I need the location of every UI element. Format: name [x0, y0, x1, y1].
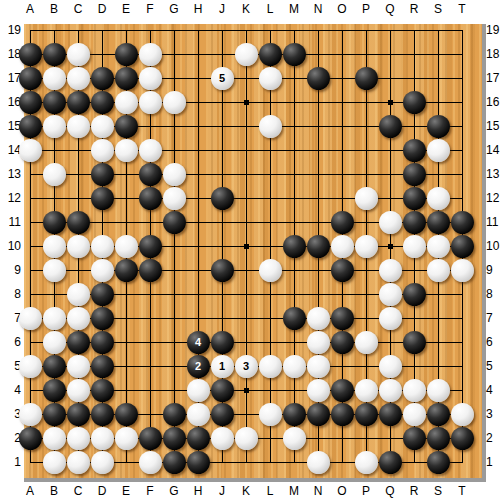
stone-R11-black[interactable]: [403, 211, 426, 234]
stone-S10-white[interactable]: [427, 235, 450, 258]
coord-label-bottom-Q: Q: [380, 484, 400, 498]
move-number-label: 4: [195, 337, 201, 348]
stone-J3-black[interactable]: [211, 403, 234, 426]
stone-C8-white[interactable]: [67, 283, 90, 306]
coord-label-right-12: 12: [484, 191, 500, 205]
coord-label-right-15: 15: [484, 119, 500, 133]
stone-A17-black[interactable]: [19, 67, 42, 90]
stone-Q11-white[interactable]: [379, 211, 402, 234]
stone-B9-white[interactable]: [43, 259, 66, 282]
stone-B7-white[interactable]: [43, 307, 66, 330]
stone-G1-black[interactable]: [163, 451, 186, 474]
coord-label-left-11: 11: [1, 215, 23, 229]
stone-R13-black[interactable]: [403, 163, 426, 186]
stone-R10-white[interactable]: [403, 235, 426, 258]
stone-A2-black[interactable]: [19, 427, 42, 450]
stone-J6-black[interactable]: [211, 331, 234, 354]
stone-P10-white[interactable]: [355, 235, 378, 258]
stone-D1-white[interactable]: [91, 451, 114, 474]
stone-E14-white[interactable]: [115, 139, 138, 162]
stone-J12-black[interactable]: [211, 187, 234, 210]
coord-label-bottom-O: O: [332, 484, 352, 498]
stone-P17-black[interactable]: [355, 67, 378, 90]
stone-E2-white[interactable]: [115, 427, 138, 450]
stone-D12-black[interactable]: [91, 187, 114, 210]
stone-B5-black[interactable]: [43, 355, 66, 378]
stone-S9-white[interactable]: [427, 259, 450, 282]
stone-C3-black[interactable]: [67, 403, 90, 426]
stone-Q5-white[interactable]: [379, 355, 402, 378]
stone-A5-white[interactable]: [19, 355, 42, 378]
stone-R12-black[interactable]: [403, 187, 426, 210]
stone-C16-black[interactable]: [67, 91, 90, 114]
coord-label-top-J: J: [212, 2, 232, 16]
stone-E17-black[interactable]: [115, 67, 138, 90]
stone-A15-black[interactable]: [19, 115, 42, 138]
coord-label-left-9: 9: [1, 263, 23, 277]
stone-J4-black[interactable]: [211, 379, 234, 402]
stone-B3-black[interactable]: [43, 403, 66, 426]
stone-G3-black[interactable]: [163, 403, 186, 426]
stone-M5-white[interactable]: [283, 355, 306, 378]
coord-label-top-P: P: [356, 2, 376, 16]
stone-B1-white[interactable]: [43, 451, 66, 474]
coord-label-bottom-R: R: [404, 484, 424, 498]
stone-R4-white[interactable]: [403, 379, 426, 402]
stone-B2-white[interactable]: [43, 427, 66, 450]
stone-M2-white[interactable]: [283, 427, 306, 450]
stone-F2-black[interactable]: [139, 427, 162, 450]
stone-L3-white[interactable]: [259, 403, 282, 426]
stone-O3-black[interactable]: [331, 403, 354, 426]
stone-F12-black[interactable]: [139, 187, 162, 210]
stone-A14-white[interactable]: [19, 139, 42, 162]
coord-label-right-3: 3: [484, 407, 500, 421]
coord-label-top-D: D: [92, 2, 112, 16]
stone-N1-white[interactable]: [307, 451, 330, 474]
stone-P6-white[interactable]: [355, 331, 378, 354]
stone-F14-white[interactable]: [139, 139, 162, 162]
stone-F13-black[interactable]: [139, 163, 162, 186]
stone-N6-white[interactable]: [307, 331, 330, 354]
coord-label-right-5: 5: [484, 359, 500, 373]
coord-label-top-E: E: [116, 2, 136, 16]
stone-S1-black[interactable]: [427, 451, 450, 474]
stone-B6-white[interactable]: [43, 331, 66, 354]
stone-B11-black[interactable]: [43, 211, 66, 234]
stone-T10-black[interactable]: [451, 235, 474, 258]
coord-label-right-11: 11: [484, 215, 500, 229]
coord-label-left-10: 10: [1, 239, 23, 253]
stone-D3-black[interactable]: [91, 403, 114, 426]
stone-S2-black[interactable]: [427, 427, 450, 450]
coord-label-bottom-N: N: [308, 484, 328, 498]
stone-C15-white[interactable]: [67, 115, 90, 138]
coord-label-left-6: 6: [1, 335, 23, 349]
coord-label-top-F: F: [140, 2, 160, 16]
stone-B10-white[interactable]: [43, 235, 66, 258]
coord-label-bottom-M: M: [284, 484, 304, 498]
stone-M7-black[interactable]: [283, 307, 306, 330]
stone-S15-black[interactable]: [427, 115, 450, 138]
stone-Q15-black[interactable]: [379, 115, 402, 138]
stone-G12-white[interactable]: [163, 187, 186, 210]
stone-Q7-white[interactable]: [379, 307, 402, 330]
go-diagram: AABBCCDDEEFFGGHHJJKKLLMMNNOOPPQQRRSSTT19…: [0, 0, 500, 500]
stone-H6-black[interactable]: 4: [187, 331, 210, 354]
coord-label-top-T: T: [452, 2, 472, 16]
stone-N17-black[interactable]: [307, 67, 330, 90]
stone-T2-black[interactable]: [451, 427, 474, 450]
stone-B16-black[interactable]: [43, 91, 66, 114]
coord-label-bottom-L: L: [260, 484, 280, 498]
move-number-label: 3: [243, 361, 249, 372]
stone-R3-white[interactable]: [403, 403, 426, 426]
stone-E15-black[interactable]: [115, 115, 138, 138]
stone-F16-white[interactable]: [139, 91, 162, 114]
coord-label-bottom-J: J: [212, 484, 232, 498]
stone-M10-black[interactable]: [283, 235, 306, 258]
stone-D5-black[interactable]: [91, 355, 114, 378]
stone-D7-black[interactable]: [91, 307, 114, 330]
move-number-label: 1: [219, 361, 225, 372]
stone-C11-black[interactable]: [67, 211, 90, 234]
stone-A3-white[interactable]: [19, 403, 42, 426]
coord-label-bottom-P: P: [356, 484, 376, 498]
stone-P1-white[interactable]: [355, 451, 378, 474]
coord-label-bottom-B: B: [44, 484, 64, 498]
stone-Q3-black[interactable]: [379, 403, 402, 426]
stone-R16-black[interactable]: [403, 91, 426, 114]
coord-label-right-14: 14: [484, 143, 500, 157]
stone-L5-white[interactable]: [259, 355, 282, 378]
stone-D9-white[interactable]: [91, 259, 114, 282]
coord-label-top-Q: Q: [380, 2, 400, 16]
stone-S4-white[interactable]: [427, 379, 450, 402]
stone-P4-white[interactable]: [355, 379, 378, 402]
coord-label-right-18: 18: [484, 47, 500, 61]
stone-N3-black[interactable]: [307, 403, 330, 426]
stone-B17-white[interactable]: [43, 67, 66, 90]
stone-J17-white[interactable]: 5: [211, 67, 234, 90]
stone-B13-white[interactable]: [43, 163, 66, 186]
coord-label-right-13: 13: [484, 167, 500, 181]
coord-label-right-9: 9: [484, 263, 500, 277]
coord-label-top-H: H: [188, 2, 208, 16]
coord-label-right-4: 4: [484, 383, 500, 397]
coord-label-left-8: 8: [1, 287, 23, 301]
stone-N5-white[interactable]: [307, 355, 330, 378]
stone-C7-white[interactable]: [67, 307, 90, 330]
stone-F18-white[interactable]: [139, 43, 162, 66]
coord-label-top-A: A: [20, 2, 40, 16]
stone-L18-black[interactable]: [259, 43, 282, 66]
coord-label-left-13: 13: [1, 167, 23, 181]
stone-C4-white[interactable]: [67, 379, 90, 402]
stone-J2-white[interactable]: [211, 427, 234, 450]
move-number-label: 2: [195, 361, 201, 372]
stone-P3-black[interactable]: [355, 403, 378, 426]
stone-H2-black[interactable]: [187, 427, 210, 450]
stone-G16-white[interactable]: [163, 91, 186, 114]
stone-M3-black[interactable]: [283, 403, 306, 426]
stone-N10-black[interactable]: [307, 235, 330, 258]
stone-M18-black[interactable]: [283, 43, 306, 66]
stone-O4-black[interactable]: [331, 379, 354, 402]
stone-D14-white[interactable]: [91, 139, 114, 162]
coord-label-right-16: 16: [484, 95, 500, 109]
stone-D6-black[interactable]: [91, 331, 114, 354]
coord-label-right-2: 2: [484, 431, 500, 445]
coord-label-right-7: 7: [484, 311, 500, 325]
coord-label-top-K: K: [236, 2, 256, 16]
stone-K18-white[interactable]: [235, 43, 258, 66]
stone-R6-black[interactable]: [403, 331, 426, 354]
stone-A7-white[interactable]: [19, 307, 42, 330]
stone-E16-white[interactable]: [115, 91, 138, 114]
stone-E9-black[interactable]: [115, 259, 138, 282]
coord-label-right-1: 1: [484, 455, 500, 469]
stone-F17-white[interactable]: [139, 67, 162, 90]
coord-label-bottom-E: E: [116, 484, 136, 498]
coord-label-top-M: M: [284, 2, 304, 16]
stone-D13-black[interactable]: [91, 163, 114, 186]
coord-label-top-O: O: [332, 2, 352, 16]
stone-Q9-white[interactable]: [379, 259, 402, 282]
stone-D15-white[interactable]: [91, 115, 114, 138]
stone-O6-black[interactable]: [331, 331, 354, 354]
stone-E3-black[interactable]: [115, 403, 138, 426]
stone-K5-white[interactable]: 3: [235, 355, 258, 378]
stone-C6-black[interactable]: [67, 331, 90, 354]
stone-N4-white[interactable]: [307, 379, 330, 402]
stone-D10-white[interactable]: [91, 235, 114, 258]
stone-C17-white[interactable]: [67, 67, 90, 90]
coord-label-left-4: 4: [1, 383, 23, 397]
stone-E18-black[interactable]: [115, 43, 138, 66]
stone-S14-white[interactable]: [427, 139, 450, 162]
coord-label-top-B: B: [44, 2, 64, 16]
coord-label-bottom-A: A: [20, 484, 40, 498]
coord-label-bottom-G: G: [164, 484, 184, 498]
stone-J5-white[interactable]: 1: [211, 355, 234, 378]
coord-label-right-17: 17: [484, 71, 500, 85]
stone-R8-black[interactable]: [403, 283, 426, 306]
stone-B15-white[interactable]: [43, 115, 66, 138]
stone-K2-white[interactable]: [235, 427, 258, 450]
coord-label-right-6: 6: [484, 335, 500, 349]
stone-T11-black[interactable]: [451, 211, 474, 234]
stone-T3-white[interactable]: [451, 403, 474, 426]
coord-label-right-10: 10: [484, 239, 500, 253]
stone-O11-black[interactable]: [331, 211, 354, 234]
stone-H5-black[interactable]: 2: [187, 355, 210, 378]
stone-D17-black[interactable]: [91, 67, 114, 90]
stone-B4-black[interactable]: [43, 379, 66, 402]
stone-A16-black[interactable]: [19, 91, 42, 114]
stone-B18-black[interactable]: [43, 43, 66, 66]
stone-G11-black[interactable]: [163, 211, 186, 234]
coord-label-bottom-H: H: [188, 484, 208, 498]
stone-S3-black[interactable]: [427, 403, 450, 426]
coord-label-top-S: S: [428, 2, 448, 16]
stone-D16-black[interactable]: [91, 91, 114, 114]
stone-H4-white[interactable]: [187, 379, 210, 402]
stone-T9-white[interactable]: [451, 259, 474, 282]
coord-label-top-R: R: [404, 2, 424, 16]
stone-S12-white[interactable]: [427, 187, 450, 210]
stone-N7-white[interactable]: [307, 307, 330, 330]
stone-D4-black[interactable]: [91, 379, 114, 402]
stone-A18-black[interactable]: [19, 43, 42, 66]
coord-label-left-1: 1: [1, 455, 23, 469]
coord-label-left-19: 19: [1, 23, 23, 37]
stone-D8-black[interactable]: [91, 283, 114, 306]
move-number-label: 5: [219, 73, 225, 84]
stone-L15-white[interactable]: [259, 115, 282, 138]
stone-F1-white[interactable]: [139, 451, 162, 474]
coord-label-bottom-F: F: [140, 484, 160, 498]
stone-G2-black[interactable]: [163, 427, 186, 450]
coord-label-top-L: L: [260, 2, 280, 16]
stone-Q8-white[interactable]: [379, 283, 402, 306]
coord-label-top-N: N: [308, 2, 328, 16]
stone-Q4-white[interactable]: [379, 379, 402, 402]
coord-label-right-19: 19: [484, 23, 500, 37]
coord-label-bottom-S: S: [428, 484, 448, 498]
coord-label-top-G: G: [164, 2, 184, 16]
stone-F10-black[interactable]: [139, 235, 162, 258]
coord-label-left-12: 12: [1, 191, 23, 205]
stone-Q1-black[interactable]: [379, 451, 402, 474]
stone-J9-black[interactable]: [211, 259, 234, 282]
stone-O10-white[interactable]: [331, 235, 354, 258]
coord-label-right-8: 8: [484, 287, 500, 301]
stone-G13-white[interactable]: [163, 163, 186, 186]
coord-label-bottom-T: T: [452, 484, 472, 498]
stone-O7-black[interactable]: [331, 307, 354, 330]
stone-C5-white[interactable]: [67, 355, 90, 378]
coord-label-bottom-K: K: [236, 484, 256, 498]
stone-O9-black[interactable]: [331, 259, 354, 282]
stone-C18-white[interactable]: [67, 43, 90, 66]
stone-H1-black[interactable]: [187, 451, 210, 474]
stone-C10-white[interactable]: [67, 235, 90, 258]
stone-C2-white[interactable]: [67, 427, 90, 450]
stone-C1-white[interactable]: [67, 451, 90, 474]
coord-label-top-C: C: [68, 2, 88, 16]
stone-P12-white[interactable]: [355, 187, 378, 210]
stone-H3-white[interactable]: [187, 403, 210, 426]
coord-label-bottom-D: D: [92, 484, 112, 498]
stone-L17-white[interactable]: [259, 67, 282, 90]
stone-R14-black[interactable]: [403, 139, 426, 162]
stone-S11-black[interactable]: [427, 211, 450, 234]
stone-L9-white[interactable]: [259, 259, 282, 282]
stone-F9-black[interactable]: [139, 259, 162, 282]
stone-R2-black[interactable]: [403, 427, 426, 450]
stone-E10-white[interactable]: [115, 235, 138, 258]
coord-label-bottom-C: C: [68, 484, 88, 498]
stone-D2-white[interactable]: [91, 427, 114, 450]
